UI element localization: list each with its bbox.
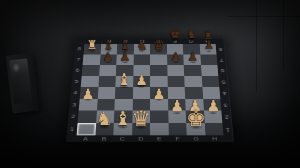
square-b4[interactable] (97, 87, 115, 99)
wall-seam (256, 0, 257, 92)
square-g5[interactable] (184, 76, 202, 87)
coord-label: 7 (216, 54, 226, 65)
square-e7[interactable] (150, 54, 167, 65)
square-h5[interactable] (201, 76, 219, 87)
coord-label: H (205, 135, 224, 142)
coord-label: F (168, 135, 187, 142)
coord-label: G (187, 135, 206, 142)
piece-white-pawn-d4[interactable]: ♟ (135, 74, 147, 88)
piece-white-rook-a7[interactable]: ♜ (87, 40, 97, 52)
coord-label: B (95, 135, 114, 142)
piece-white-knight-b1[interactable]: ♞ (96, 110, 113, 129)
square-a7[interactable] (83, 54, 101, 65)
piece-black-pawn-f6[interactable]: ♟ (171, 52, 181, 64)
coord-label: 2 (221, 110, 232, 122)
piece-white-bishop-c1[interactable]: ♝ (114, 110, 131, 129)
square-f5[interactable] (167, 76, 185, 87)
square-a1[interactable] (77, 123, 96, 136)
coord-label: 1 (222, 123, 233, 136)
coord-label: 4 (219, 87, 229, 99)
chess-game-scene: ABCDEFGH 87654321 87654321 ABCDEFGH ♞♚♜♜… (0, 0, 300, 168)
square-h7[interactable] (200, 54, 218, 65)
coord-label: C (113, 135, 132, 142)
piece-black-knight-d7[interactable]: ♞ (137, 40, 148, 52)
square-f1[interactable] (168, 123, 187, 136)
coord-label: 5 (218, 76, 228, 87)
wall-seam (228, 16, 300, 17)
piece-black-king-f8[interactable]: ♚ (169, 28, 181, 41)
square-a6[interactable] (82, 65, 100, 76)
coord-label: 6 (217, 65, 227, 76)
square-b6[interactable] (99, 65, 117, 76)
coord-label: D (132, 135, 151, 142)
square-e2[interactable] (150, 110, 168, 122)
square-e6[interactable] (150, 65, 167, 76)
phone-glint (12, 62, 21, 73)
square-d4[interactable] (132, 87, 150, 99)
piece-white-pawn-f2[interactable]: ♟ (170, 99, 184, 114)
square-a2[interactable] (78, 110, 97, 122)
piece-white-king-g1[interactable]: ♚ (186, 107, 206, 129)
coord-label: A (76, 135, 95, 142)
coord-label: 3 (220, 99, 231, 111)
piece-white-bishop-c4[interactable]: ♝ (117, 72, 131, 88)
square-e1[interactable] (150, 123, 168, 136)
square-h6[interactable] (201, 65, 219, 76)
piece-black-pawn-b6[interactable]: ♟ (103, 52, 113, 64)
square-h1[interactable] (204, 123, 223, 136)
piece-black-pawn-c6[interactable]: ♟ (120, 52, 130, 64)
piece-white-pawn-h2[interactable]: ♟ (206, 99, 220, 114)
square-d7[interactable] (133, 54, 150, 65)
piece-black-pawn-g6[interactable]: ♟ (188, 52, 198, 64)
piece-black-knight-g8[interactable]: ♞ (187, 30, 197, 41)
piece-white-queen-d1[interactable]: ♛ (131, 108, 150, 129)
phone-prop (6, 53, 40, 114)
square-g6[interactable] (184, 65, 202, 76)
piece-white-pawn-a3[interactable]: ♟ (82, 87, 95, 101)
coord-label: 8 (216, 44, 226, 54)
wall-seam (283, 0, 284, 70)
square-b5[interactable] (98, 76, 116, 87)
file-labels-near: ABCDEFGH (76, 135, 224, 142)
piece-black-queen-e7[interactable]: ♛ (152, 38, 165, 52)
square-f6[interactable] (167, 65, 184, 76)
coord-label: E (150, 135, 169, 142)
piece-white-pawn-e3[interactable]: ♟ (153, 87, 166, 101)
piece-black-pawn-h7[interactable]: ♟ (204, 41, 214, 52)
